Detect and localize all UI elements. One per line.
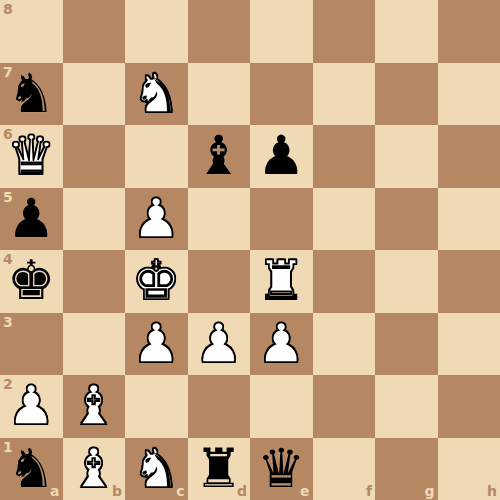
square-d6[interactable]: ♝ xyxy=(188,125,251,188)
square-a8[interactable]: 8 xyxy=(0,0,63,63)
square-c1[interactable]: c♞ xyxy=(125,438,188,500)
square-a2[interactable]: 2♟ xyxy=(0,375,63,438)
black-pawn-a5[interactable]: ♟ xyxy=(0,188,63,251)
square-g6[interactable] xyxy=(375,125,438,188)
black-knight-a7[interactable]: ♞ xyxy=(0,63,63,126)
square-b6[interactable] xyxy=(63,125,126,188)
square-e3[interactable]: ♟ xyxy=(250,313,313,376)
square-e8[interactable] xyxy=(250,0,313,63)
square-c2[interactable] xyxy=(125,375,188,438)
square-b1[interactable]: b♝ xyxy=(63,438,126,500)
square-h6[interactable] xyxy=(438,125,500,188)
square-b2[interactable]: ♝ xyxy=(63,375,126,438)
square-c8[interactable] xyxy=(125,0,188,63)
square-d8[interactable] xyxy=(188,0,251,63)
black-knight-a1[interactable]: ♞ xyxy=(0,438,63,500)
square-h7[interactable] xyxy=(438,63,500,126)
square-f8[interactable] xyxy=(313,0,376,63)
square-a1[interactable]: 1a♞ xyxy=(0,438,63,500)
file-label-f: f xyxy=(366,484,372,498)
square-g2[interactable] xyxy=(375,375,438,438)
square-f7[interactable] xyxy=(313,63,376,126)
square-h3[interactable] xyxy=(438,313,500,376)
white-rook-e4[interactable]: ♜ xyxy=(250,250,313,313)
white-bishop-b1[interactable]: ♝ xyxy=(63,438,126,500)
square-f1[interactable]: f xyxy=(313,438,376,500)
square-g5[interactable] xyxy=(375,188,438,251)
square-f4[interactable] xyxy=(313,250,376,313)
square-c6[interactable] xyxy=(125,125,188,188)
square-b8[interactable] xyxy=(63,0,126,63)
square-a3[interactable]: 3 xyxy=(0,313,63,376)
square-d4[interactable] xyxy=(188,250,251,313)
square-b7[interactable] xyxy=(63,63,126,126)
black-bishop-d6[interactable]: ♝ xyxy=(188,125,251,188)
black-king-a4[interactable]: ♚ xyxy=(0,250,63,313)
square-f2[interactable] xyxy=(313,375,376,438)
file-label-h: h xyxy=(487,484,497,498)
square-c5[interactable]: ♟ xyxy=(125,188,188,251)
square-h4[interactable] xyxy=(438,250,500,313)
square-a6[interactable]: 6♛ xyxy=(0,125,63,188)
square-h2[interactable] xyxy=(438,375,500,438)
square-g7[interactable] xyxy=(375,63,438,126)
square-g1[interactable]: g xyxy=(375,438,438,500)
square-e4[interactable]: ♜ xyxy=(250,250,313,313)
square-f5[interactable] xyxy=(313,188,376,251)
square-e5[interactable] xyxy=(250,188,313,251)
square-g3[interactable] xyxy=(375,313,438,376)
square-e7[interactable] xyxy=(250,63,313,126)
black-queen-e1[interactable]: ♛ xyxy=(250,438,313,500)
white-pawn-e3[interactable]: ♟ xyxy=(250,313,313,376)
square-d5[interactable] xyxy=(188,188,251,251)
square-h8[interactable] xyxy=(438,0,500,63)
rank-label-3: 3 xyxy=(3,315,13,329)
square-d2[interactable] xyxy=(188,375,251,438)
white-pawn-c5[interactable]: ♟ xyxy=(125,188,188,251)
square-a5[interactable]: 5♟ xyxy=(0,188,63,251)
white-pawn-d3[interactable]: ♟ xyxy=(188,313,251,376)
square-b5[interactable] xyxy=(63,188,126,251)
square-c4[interactable]: ♚ xyxy=(125,250,188,313)
square-f6[interactable] xyxy=(313,125,376,188)
chess-board: 87♞♞6♛♝♟5♟♟4♚♚♜3♟♟♟2♟♝1a♞b♝c♞d♜e♛fgh xyxy=(0,0,500,500)
square-b3[interactable] xyxy=(63,313,126,376)
white-pawn-c3[interactable]: ♟ xyxy=(125,313,188,376)
black-rook-d1[interactable]: ♜ xyxy=(188,438,251,500)
square-d3[interactable]: ♟ xyxy=(188,313,251,376)
square-h5[interactable] xyxy=(438,188,500,251)
square-d7[interactable] xyxy=(188,63,251,126)
square-d1[interactable]: d♜ xyxy=(188,438,251,500)
white-knight-c1[interactable]: ♞ xyxy=(125,438,188,500)
square-e2[interactable] xyxy=(250,375,313,438)
white-pawn-a2[interactable]: ♟ xyxy=(0,375,63,438)
square-b4[interactable] xyxy=(63,250,126,313)
square-c7[interactable]: ♞ xyxy=(125,63,188,126)
square-c3[interactable]: ♟ xyxy=(125,313,188,376)
black-pawn-e6[interactable]: ♟ xyxy=(250,125,313,188)
rank-label-8: 8 xyxy=(3,2,13,16)
square-e6[interactable]: ♟ xyxy=(250,125,313,188)
white-king-c4[interactable]: ♚ xyxy=(125,250,188,313)
file-label-g: g xyxy=(424,484,434,498)
white-bishop-b2[interactable]: ♝ xyxy=(63,375,126,438)
square-h1[interactable]: h xyxy=(438,438,500,500)
square-g4[interactable] xyxy=(375,250,438,313)
square-f3[interactable] xyxy=(313,313,376,376)
white-knight-c7[interactable]: ♞ xyxy=(125,63,188,126)
white-queen-a6[interactable]: ♛ xyxy=(0,125,63,188)
square-a4[interactable]: 4♚ xyxy=(0,250,63,313)
square-a7[interactable]: 7♞ xyxy=(0,63,63,126)
square-e1[interactable]: e♛ xyxy=(250,438,313,500)
square-g8[interactable] xyxy=(375,0,438,63)
